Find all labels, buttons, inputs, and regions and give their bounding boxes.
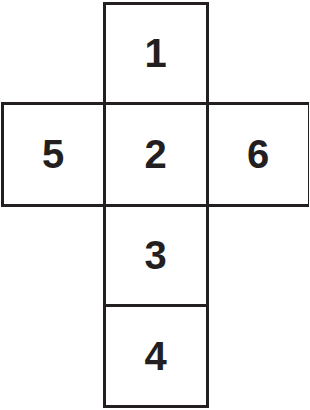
cube-net-grid: 1 5 2 6 3 4 [2,3,309,406]
face-square-1: 1 [103,2,209,105]
face-square-4: 4 [103,304,209,408]
face-label-1: 1 [144,33,166,73]
face-label-3: 3 [144,235,166,275]
face-square-6: 6 [206,102,310,207]
face-label-4: 4 [144,336,166,376]
cube-net-diagram: 1 5 2 6 3 4 [0,0,309,410]
face-label-2: 2 [144,134,166,174]
face-square-5: 5 [1,102,106,207]
face-square-2: 2 [103,102,209,207]
face-label-6: 6 [247,134,269,174]
face-square-3: 3 [103,204,209,307]
face-label-5: 5 [42,134,64,174]
